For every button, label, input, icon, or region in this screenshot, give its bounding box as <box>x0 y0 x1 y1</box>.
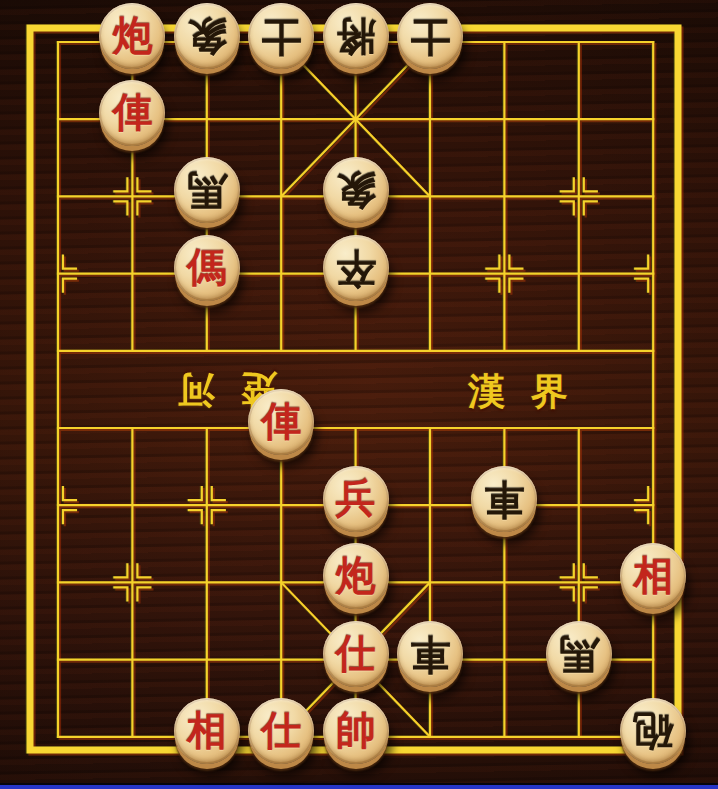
piece-black-cannon[interactable]: 砲 <box>620 698 686 764</box>
piece-red-horse[interactable]: 傌 <box>174 235 240 301</box>
piece-red-elephant[interactable]: 相 <box>174 698 240 764</box>
piece-glyph-炮: 炮 <box>99 3 165 69</box>
piece-glyph-車: 車 <box>397 621 463 687</box>
piece-glyph-傌: 傌 <box>174 235 240 301</box>
piece-red-cannon[interactable]: 炮 <box>99 3 165 69</box>
piece-black-chariot[interactable]: 車 <box>471 466 537 532</box>
piece-glyph-車: 車 <box>471 466 537 532</box>
piece-glyph-仕: 仕 <box>248 698 314 764</box>
piece-glyph-士: 士 <box>397 3 463 69</box>
window-edge-strip <box>0 785 718 789</box>
piece-glyph-象: 象 <box>174 3 240 69</box>
piece-red-advisor[interactable]: 仕 <box>248 698 314 764</box>
piece-glyph-炮: 炮 <box>323 543 389 609</box>
piece-glyph-象: 象 <box>323 157 389 223</box>
piece-red-general[interactable]: 帥 <box>323 698 389 764</box>
piece-black-horse[interactable]: 馬 <box>546 621 612 687</box>
piece-black-elephant[interactable]: 象 <box>323 157 389 223</box>
piece-black-horse[interactable]: 馬 <box>174 157 240 223</box>
piece-glyph-卒: 卒 <box>323 235 389 301</box>
piece-glyph-馬: 馬 <box>174 157 240 223</box>
piece-black-chariot[interactable]: 車 <box>397 621 463 687</box>
piece-glyph-將: 將 <box>323 3 389 69</box>
piece-red-soldier[interactable]: 兵 <box>323 466 389 532</box>
piece-glyph-帥: 帥 <box>323 698 389 764</box>
piece-glyph-相: 相 <box>620 543 686 609</box>
piece-red-chariot[interactable]: 俥 <box>99 80 165 146</box>
piece-red-elephant[interactable]: 相 <box>620 543 686 609</box>
piece-glyph-士: 士 <box>248 3 314 69</box>
piece-glyph-兵: 兵 <box>323 466 389 532</box>
piece-glyph-砲: 砲 <box>620 698 686 764</box>
piece-glyph-俥: 俥 <box>99 80 165 146</box>
river-label-han-jie: 漢界 <box>428 369 608 413</box>
table-background: 楚河 漢界 炮象士將士俥馬象傌卒俥兵車炮相仕車馬相仕帥砲 <box>0 0 718 789</box>
piece-black-general[interactable]: 將 <box>323 3 389 69</box>
piece-glyph-仕: 仕 <box>323 621 389 687</box>
piece-red-chariot[interactable]: 俥 <box>248 389 314 455</box>
piece-black-elephant[interactable]: 象 <box>174 3 240 69</box>
piece-red-cannon[interactable]: 炮 <box>323 543 389 609</box>
piece-black-soldier[interactable]: 卒 <box>323 235 389 301</box>
piece-black-advisor[interactable]: 士 <box>248 3 314 69</box>
piece-black-advisor[interactable]: 士 <box>397 3 463 69</box>
piece-glyph-相: 相 <box>174 698 240 764</box>
piece-glyph-馬: 馬 <box>546 621 612 687</box>
piece-glyph-俥: 俥 <box>248 389 314 455</box>
piece-red-advisor[interactable]: 仕 <box>323 621 389 687</box>
